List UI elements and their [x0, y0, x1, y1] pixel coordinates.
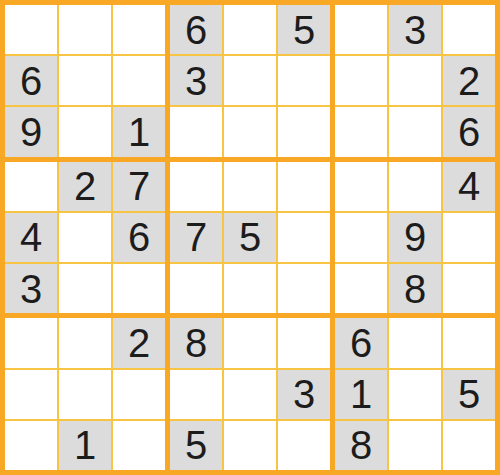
- cell-r3c8[interactable]: [389, 107, 441, 156]
- given-digit: 2: [128, 323, 150, 363]
- cell-r8c9[interactable]: 5: [443, 370, 495, 419]
- box-9: 6158: [335, 318, 495, 470]
- given-digit: 8: [350, 425, 372, 465]
- cell-r2c5[interactable]: [224, 56, 276, 105]
- cell-r6c6[interactable]: [278, 264, 330, 313]
- given-digit: 4: [458, 166, 480, 206]
- given-digit: 1: [74, 425, 96, 465]
- cell-r4c4[interactable]: [170, 162, 222, 211]
- given-digit: 5: [458, 374, 480, 414]
- cell-r4c7[interactable]: [335, 162, 387, 211]
- given-digit: 6: [128, 217, 150, 257]
- cell-r7c7[interactable]: 6: [335, 318, 387, 367]
- cell-r7c9[interactable]: [443, 318, 495, 367]
- cell-r9c8[interactable]: [389, 421, 441, 470]
- cell-r7c5[interactable]: [224, 318, 276, 367]
- given-digit: 4: [20, 217, 42, 257]
- cell-r1c1[interactable]: [5, 5, 57, 54]
- given-digit: 6: [458, 112, 480, 152]
- cell-r4c5[interactable]: [224, 162, 276, 211]
- box-6: 498: [335, 162, 495, 314]
- cell-r8c1[interactable]: [5, 370, 57, 419]
- cell-r3c9[interactable]: 6: [443, 107, 495, 156]
- cell-r3c7[interactable]: [335, 107, 387, 156]
- cell-r8c6[interactable]: 3: [278, 370, 330, 419]
- cell-r8c4[interactable]: [170, 370, 222, 419]
- box-1: 691: [5, 5, 165, 157]
- cell-r5c4[interactable]: 7: [170, 213, 222, 262]
- cell-r3c3[interactable]: 1: [113, 107, 165, 156]
- cell-r9c7[interactable]: 8: [335, 421, 387, 470]
- cell-r2c4[interactable]: 3: [170, 56, 222, 105]
- given-digit: 3: [293, 374, 315, 414]
- cell-r1c6[interactable]: 5: [278, 5, 330, 54]
- cell-r9c5[interactable]: [224, 421, 276, 470]
- cell-r8c7[interactable]: 1: [335, 370, 387, 419]
- cell-r7c1[interactable]: [5, 318, 57, 367]
- cell-r6c8[interactable]: 8: [389, 264, 441, 313]
- given-digit: 5: [293, 10, 315, 50]
- cell-r6c9[interactable]: [443, 264, 495, 313]
- cell-r4c9[interactable]: 4: [443, 162, 495, 211]
- given-digit: 7: [185, 217, 207, 257]
- cell-r9c1[interactable]: [5, 421, 57, 470]
- cell-r8c3[interactable]: [113, 370, 165, 419]
- cell-r2c7[interactable]: [335, 56, 387, 105]
- cell-r6c2[interactable]: [59, 264, 111, 313]
- given-digit: 8: [185, 323, 207, 363]
- cell-r2c8[interactable]: [389, 56, 441, 105]
- cell-r6c3[interactable]: [113, 264, 165, 313]
- cell-r1c2[interactable]: [59, 5, 111, 54]
- cell-r6c4[interactable]: [170, 264, 222, 313]
- box-5: 75: [170, 162, 330, 314]
- cell-r3c6[interactable]: [278, 107, 330, 156]
- given-digit: 5: [239, 217, 261, 257]
- cell-r2c6[interactable]: [278, 56, 330, 105]
- given-digit: 3: [185, 61, 207, 101]
- sudoku-board: 6916533262746375498218356158: [0, 0, 500, 475]
- cell-r9c4[interactable]: 5: [170, 421, 222, 470]
- cell-r2c9[interactable]: 2: [443, 56, 495, 105]
- given-digit: 8: [404, 269, 426, 309]
- cell-r7c6[interactable]: [278, 318, 330, 367]
- given-digit: 9: [20, 112, 42, 152]
- cell-r5c3[interactable]: 6: [113, 213, 165, 262]
- cell-r5c8[interactable]: 9: [389, 213, 441, 262]
- cell-r7c3[interactable]: 2: [113, 318, 165, 367]
- cell-r7c4[interactable]: 8: [170, 318, 222, 367]
- cell-r9c3[interactable]: [113, 421, 165, 470]
- given-digit: 6: [350, 323, 372, 363]
- cell-r9c2[interactable]: 1: [59, 421, 111, 470]
- given-digit: 6: [20, 61, 42, 101]
- cell-r4c6[interactable]: [278, 162, 330, 211]
- cell-r8c5[interactable]: [224, 370, 276, 419]
- cell-r8c2[interactable]: [59, 370, 111, 419]
- cell-r5c6[interactable]: [278, 213, 330, 262]
- cell-r1c3[interactable]: [113, 5, 165, 54]
- given-digit: 2: [74, 166, 96, 206]
- cell-r5c7[interactable]: [335, 213, 387, 262]
- cell-r6c1[interactable]: 3: [5, 264, 57, 313]
- cell-r4c1[interactable]: [5, 162, 57, 211]
- cell-r4c3[interactable]: 7: [113, 162, 165, 211]
- cell-r3c5[interactable]: [224, 107, 276, 156]
- cell-r4c8[interactable]: [389, 162, 441, 211]
- cell-r1c4[interactable]: 6: [170, 5, 222, 54]
- cell-r9c6[interactable]: [278, 421, 330, 470]
- cell-r1c9[interactable]: [443, 5, 495, 54]
- box-3: 326: [335, 5, 495, 157]
- cell-r3c1[interactable]: 9: [5, 107, 57, 156]
- cell-r3c2[interactable]: [59, 107, 111, 156]
- cell-r7c2[interactable]: [59, 318, 111, 367]
- given-digit: 3: [20, 269, 42, 309]
- given-digit: 1: [128, 112, 150, 152]
- box-7: 21: [5, 318, 165, 470]
- given-digit: 2: [458, 61, 480, 101]
- cell-r2c1[interactable]: 6: [5, 56, 57, 105]
- cell-r5c5[interactable]: 5: [224, 213, 276, 262]
- cell-r7c8[interactable]: [389, 318, 441, 367]
- cell-r5c1[interactable]: 4: [5, 213, 57, 262]
- cell-r6c7[interactable]: [335, 264, 387, 313]
- box-4: 27463: [5, 162, 165, 314]
- cell-r5c9[interactable]: [443, 213, 495, 262]
- cell-r8c8[interactable]: [389, 370, 441, 419]
- cell-r2c3[interactable]: [113, 56, 165, 105]
- given-digit: 7: [128, 166, 150, 206]
- given-digit: 9: [404, 217, 426, 257]
- given-digit: 6: [185, 10, 207, 50]
- cell-r2c2[interactable]: [59, 56, 111, 105]
- given-digit: 1: [350, 374, 372, 414]
- box-8: 835: [170, 318, 330, 470]
- cell-r1c8[interactable]: 3: [389, 5, 441, 54]
- cell-r3c4[interactable]: [170, 107, 222, 156]
- given-digit: 3: [404, 10, 426, 50]
- cell-r6c5[interactable]: [224, 264, 276, 313]
- cell-r4c2[interactable]: 2: [59, 162, 111, 211]
- cell-r9c9[interactable]: [443, 421, 495, 470]
- cell-r1c7[interactable]: [335, 5, 387, 54]
- given-digit: 5: [185, 425, 207, 465]
- box-2: 653: [170, 5, 330, 157]
- cell-r1c5[interactable]: [224, 5, 276, 54]
- cell-r5c2[interactable]: [59, 213, 111, 262]
